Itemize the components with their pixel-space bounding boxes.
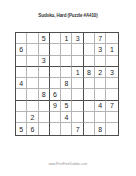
cell-r6c4: 6 xyxy=(50,89,61,100)
cell-r4c9: 3 xyxy=(106,67,117,78)
cell-r8c6 xyxy=(72,112,83,123)
cell-r8c8 xyxy=(95,112,106,123)
cell-r3c5 xyxy=(61,56,72,67)
cell-r7c8: 4 xyxy=(95,101,106,112)
cell-r7c2 xyxy=(27,101,38,112)
cell-r9c3 xyxy=(39,123,50,134)
cell-r9c5 xyxy=(61,123,72,134)
cell-r7c3 xyxy=(39,101,50,112)
cell-r5c6 xyxy=(72,78,83,89)
cell-r7c6 xyxy=(72,101,83,112)
cell-r9c4 xyxy=(50,123,61,134)
cell-r3c8 xyxy=(95,56,106,67)
cell-r3c3: 3 xyxy=(39,56,50,67)
cell-r5c5: 8 xyxy=(61,78,72,89)
cell-r3c6 xyxy=(72,56,83,67)
printable-sudoku-page: Sudoku, Hard (Puzzle #A410) 513763131823… xyxy=(0,0,136,176)
cell-r7c5: 5 xyxy=(61,101,72,112)
cell-r5c2 xyxy=(27,78,38,89)
cell-r6c1 xyxy=(16,89,27,100)
cell-r2c6 xyxy=(72,44,83,55)
cell-r2c2 xyxy=(27,44,38,55)
cell-r5c3 xyxy=(39,78,50,89)
cell-r6c3: 8 xyxy=(39,89,50,100)
cell-r1c9 xyxy=(106,33,117,44)
cell-r9c8: 8 xyxy=(95,123,106,134)
cell-r1c7 xyxy=(84,33,95,44)
cell-r7c7 xyxy=(84,101,95,112)
cell-r1c2 xyxy=(27,33,38,44)
cell-r4c1 xyxy=(16,67,27,78)
cell-r8c1 xyxy=(16,112,27,123)
cell-r2c8: 3 xyxy=(95,44,106,55)
page-title: Sudoku, Hard (Puzzle #A410) xyxy=(0,13,136,18)
cell-r1c6: 3 xyxy=(72,33,83,44)
cell-r3c9 xyxy=(106,56,117,67)
cell-r2c4 xyxy=(50,44,61,55)
cell-r8c2: 2 xyxy=(27,112,38,123)
cell-r6c6 xyxy=(72,89,83,100)
cell-r6c9 xyxy=(106,89,117,100)
sudoku-board: 51376313182348869547245678 xyxy=(15,32,119,136)
cell-r5c9 xyxy=(106,78,117,89)
cell-r6c8 xyxy=(95,89,106,100)
cell-r2c3 xyxy=(39,44,50,55)
cell-r9c1: 5 xyxy=(16,123,27,134)
cell-r7c1 xyxy=(16,101,27,112)
cell-r2c9: 1 xyxy=(106,44,117,55)
cell-r4c8: 2 xyxy=(95,67,106,78)
cell-r1c4 xyxy=(50,33,61,44)
cell-r3c7 xyxy=(84,56,95,67)
cell-r7c9: 7 xyxy=(106,101,117,112)
cell-r4c5 xyxy=(61,67,72,78)
cell-r1c3: 5 xyxy=(39,33,50,44)
cell-r2c7 xyxy=(84,44,95,55)
cell-r4c7: 8 xyxy=(84,67,95,78)
cell-r5c8 xyxy=(95,78,106,89)
cell-r6c2 xyxy=(27,89,38,100)
cell-r6c7 xyxy=(84,89,95,100)
footer-url: www.PrintFreeSudoku.com xyxy=(0,162,136,166)
cell-r5c1: 4 xyxy=(16,78,27,89)
cell-r9c2: 6 xyxy=(27,123,38,134)
cell-r4c3 xyxy=(39,67,50,78)
cell-r8c7 xyxy=(84,112,95,123)
cell-r1c8: 7 xyxy=(95,33,106,44)
cell-r8c4 xyxy=(50,112,61,123)
cell-r8c3 xyxy=(39,112,50,123)
cell-r8c9 xyxy=(106,112,117,123)
cell-r9c6: 7 xyxy=(72,123,83,134)
cell-r4c2 xyxy=(27,67,38,78)
cell-r2c5 xyxy=(61,44,72,55)
cell-r3c2 xyxy=(27,56,38,67)
cell-r1c1 xyxy=(16,33,27,44)
cell-r3c1 xyxy=(16,56,27,67)
cell-r9c9 xyxy=(106,123,117,134)
cell-r5c7 xyxy=(84,78,95,89)
cell-r9c7 xyxy=(84,123,95,134)
cell-r8c5: 4 xyxy=(61,112,72,123)
cell-r6c5 xyxy=(61,89,72,100)
cell-r1c5: 1 xyxy=(61,33,72,44)
cell-r2c1: 6 xyxy=(16,44,27,55)
cell-r4c6: 1 xyxy=(72,67,83,78)
cell-r7c4: 9 xyxy=(50,101,61,112)
cell-r5c4 xyxy=(50,78,61,89)
cell-r4c4 xyxy=(50,67,61,78)
cell-r3c4 xyxy=(50,56,61,67)
